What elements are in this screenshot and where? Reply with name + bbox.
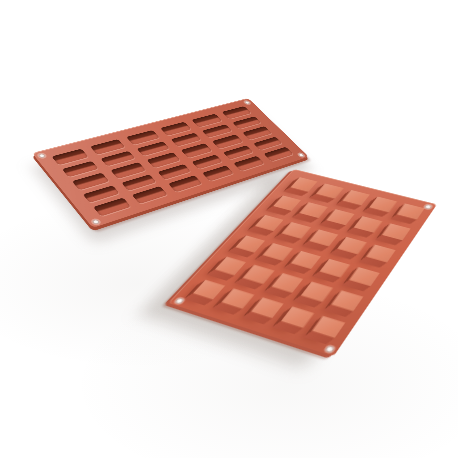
corner-hole <box>91 219 100 225</box>
cavity <box>160 122 192 136</box>
core-bump <box>375 222 411 246</box>
cavity <box>168 176 202 193</box>
bump-grid <box>184 176 425 345</box>
cavity <box>264 147 294 161</box>
cavity <box>126 130 159 145</box>
cavity <box>222 106 251 119</box>
core-bump <box>323 290 363 319</box>
product-photo <box>0 0 458 458</box>
cavity <box>132 187 168 204</box>
core-bump <box>359 243 396 268</box>
corner-hole <box>174 297 185 304</box>
cavity <box>234 156 265 171</box>
core-bump <box>341 266 380 293</box>
corner-hole <box>324 345 335 353</box>
corner-hole <box>297 153 305 158</box>
corner-hole <box>244 100 251 104</box>
cavity <box>93 198 130 216</box>
mold-front <box>168 169 437 356</box>
cavity-grid <box>52 106 294 216</box>
core-bump <box>303 315 345 346</box>
cavity <box>192 114 222 127</box>
core-bump <box>390 203 425 225</box>
corner-hole <box>424 204 433 210</box>
cavity <box>243 126 272 140</box>
cavity <box>202 166 234 182</box>
corner-hole <box>37 153 46 158</box>
